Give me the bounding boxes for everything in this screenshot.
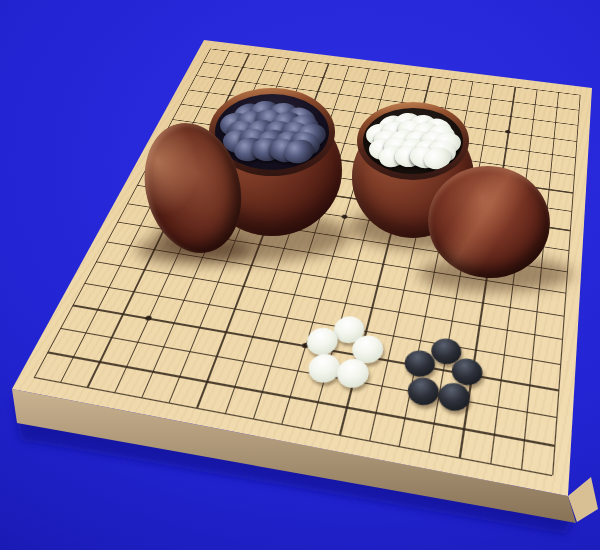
white-bowl-rim [357,102,469,180]
star-point [505,130,511,134]
go-set-product-photo [0,0,600,550]
star-point [341,214,348,219]
star-point [144,315,152,321]
white-bowl-interior [363,108,463,174]
